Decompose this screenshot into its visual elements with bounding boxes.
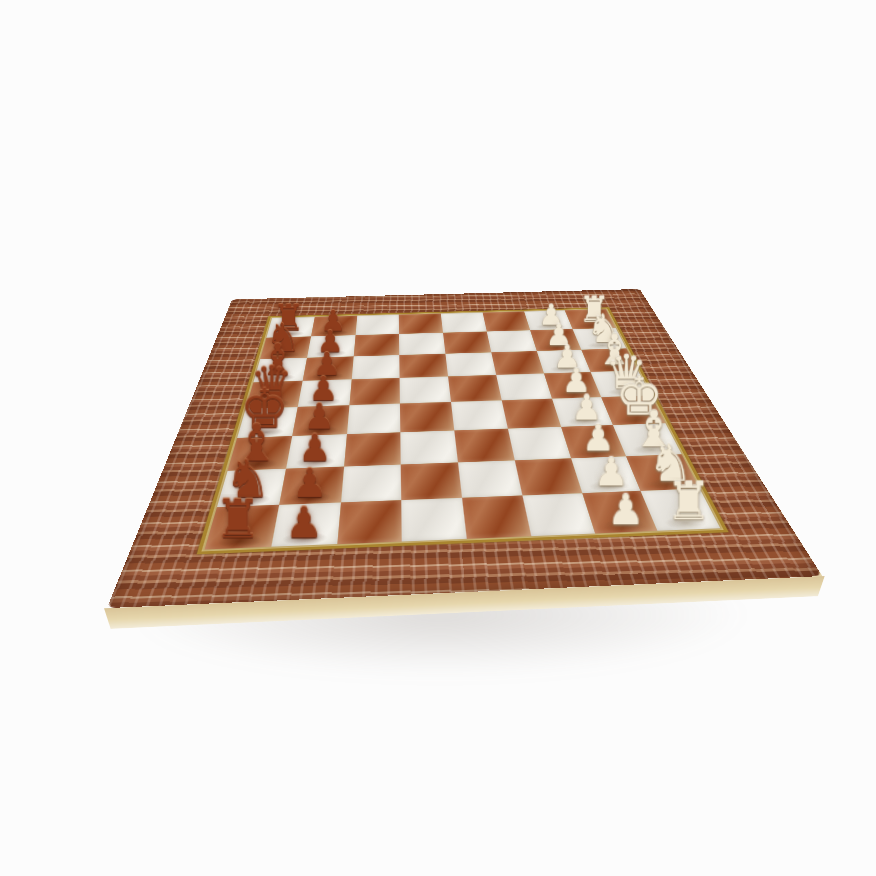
- square-d4[interactable]: [448, 375, 501, 402]
- square-g4[interactable]: [458, 460, 522, 498]
- piece-red-rook-h8[interactable]: ♜: [214, 494, 261, 547]
- square-b6[interactable]: [353, 334, 399, 356]
- square-h6[interactable]: [337, 500, 402, 544]
- square-d6[interactable]: [349, 378, 400, 405]
- square-d3[interactable]: [496, 374, 552, 401]
- square-h5[interactable]: [402, 498, 467, 541]
- square-a5[interactable]: [399, 314, 443, 334]
- square-b4[interactable]: [443, 331, 491, 353]
- square-h4[interactable]: [462, 496, 531, 539]
- square-d5[interactable]: [400, 377, 451, 404]
- square-g5[interactable]: [401, 462, 462, 500]
- square-h7[interactable]: ♟: [271, 503, 340, 547]
- square-f4[interactable]: [454, 429, 514, 463]
- piece-red-pawn-h7[interactable]: ♟: [285, 502, 323, 544]
- square-f5[interactable]: [401, 430, 458, 464]
- square-f3[interactable]: [508, 427, 571, 460]
- square-g6[interactable]: [340, 464, 401, 502]
- scene: ♜♟♟♜♞♟♟♞♝♟♟♝♛♟♟♛♚♟♟♚♝♟♟♝♞♟♟♞♜♟♟♜: [0, 0, 876, 876]
- square-c5[interactable]: [400, 354, 449, 378]
- photo-backdrop: ♜♟♟♜♞♟♟♞♝♟♟♝♛♟♟♛♚♟♟♚♝♟♟♝♞♟♟♞♜♟♟♜: [0, 0, 876, 876]
- checkerboard: ♜♟♟♜♞♟♟♞♝♟♟♝♛♟♟♛♚♟♟♚♝♟♟♝♞♟♟♞♜♟♟♜: [205, 309, 721, 549]
- piece-white-rook-h1[interactable]: ♜: [665, 477, 711, 528]
- square-a3[interactable]: [482, 311, 529, 331]
- piece-white-pawn-h2[interactable]: ♟: [607, 489, 644, 531]
- square-b5[interactable]: [399, 333, 445, 355]
- square-f6[interactable]: [344, 432, 401, 466]
- chess-board: ♜♟♟♜♞♟♟♞♝♟♟♝♛♟♟♛♚♟♟♚♝♟♟♝♞♟♟♞♜♟♟♜: [107, 289, 822, 608]
- square-h8[interactable]: ♜: [205, 505, 279, 550]
- square-c6[interactable]: [351, 355, 400, 380]
